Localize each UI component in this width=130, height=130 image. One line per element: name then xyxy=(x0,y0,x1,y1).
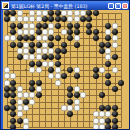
window-title: 第1届LG杯 第2局 - 黑中盘胜 (183) xyxy=(11,2,89,9)
black-stone xyxy=(99,105,105,111)
black-stone xyxy=(23,35,29,41)
black-stone xyxy=(61,42,67,48)
close-button[interactable]: × xyxy=(122,3,128,9)
black-stone xyxy=(36,29,42,35)
white-stone xyxy=(42,29,48,35)
star-point xyxy=(25,69,27,71)
white-stone xyxy=(93,118,99,124)
white-stone xyxy=(10,16,16,22)
white-stone xyxy=(105,54,111,60)
black-stone xyxy=(55,23,61,29)
black-stone xyxy=(4,16,10,22)
black-stone xyxy=(10,92,16,98)
white-stone xyxy=(55,67,61,73)
white-stone xyxy=(74,86,80,92)
star-point xyxy=(63,69,65,71)
black-stone xyxy=(99,42,105,48)
white-stone xyxy=(17,105,23,111)
white-stone xyxy=(112,67,118,73)
white-stone xyxy=(36,10,42,16)
black-stone xyxy=(74,73,80,79)
white-stone xyxy=(23,54,29,60)
black-stone xyxy=(29,80,35,86)
window-controls: _ □ × xyxy=(108,3,128,9)
black-stone xyxy=(86,23,92,29)
white-stone xyxy=(4,67,10,73)
white-stone xyxy=(36,16,42,22)
black-stone xyxy=(36,92,42,98)
white-stone xyxy=(99,118,105,124)
white-stone xyxy=(105,48,111,54)
white-stone xyxy=(4,73,10,79)
white-stone xyxy=(23,42,29,48)
black-stone xyxy=(118,80,124,86)
black-stone xyxy=(55,10,61,16)
white-stone xyxy=(17,111,23,117)
black-stone xyxy=(55,54,61,60)
white-stone xyxy=(29,99,35,105)
white-stone xyxy=(48,48,54,54)
black-stone xyxy=(105,73,111,79)
white-stone xyxy=(55,73,61,79)
white-stone xyxy=(74,99,80,105)
black-stone xyxy=(105,23,111,29)
black-stone xyxy=(67,86,73,92)
grid-line-vertical xyxy=(83,13,84,128)
white-stone xyxy=(29,92,35,98)
white-stone xyxy=(74,16,80,22)
black-stone xyxy=(48,42,54,48)
black-stone xyxy=(67,111,73,117)
black-stone xyxy=(67,35,73,41)
app-icon xyxy=(2,2,9,9)
black-stone xyxy=(93,73,99,79)
black-stone xyxy=(93,10,99,16)
black-stone xyxy=(105,61,111,67)
white-stone xyxy=(61,105,67,111)
white-stone xyxy=(112,42,118,48)
black-stone xyxy=(48,35,54,41)
minimize-button[interactable]: _ xyxy=(108,3,114,9)
white-stone xyxy=(48,23,54,29)
white-stone xyxy=(17,48,23,54)
black-stone xyxy=(61,73,67,79)
black-stone xyxy=(17,35,23,41)
black-stone xyxy=(42,16,48,22)
white-stone xyxy=(99,67,105,73)
black-stone xyxy=(74,23,80,29)
black-stone xyxy=(10,111,16,117)
title-bar[interactable]: 第1届LG杯 第2局 - 黑中盘胜 (183) _ □ × xyxy=(1,1,129,10)
black-stone xyxy=(105,124,111,130)
black-stone xyxy=(17,118,23,124)
white-stone xyxy=(93,124,99,130)
go-board[interactable] xyxy=(3,10,129,129)
black-stone xyxy=(29,48,35,54)
white-stone xyxy=(23,29,29,35)
black-stone xyxy=(80,16,86,22)
black-stone xyxy=(55,48,61,54)
white-stone xyxy=(105,29,111,35)
black-stone xyxy=(48,54,54,60)
black-stone xyxy=(17,42,23,48)
black-stone xyxy=(42,54,48,60)
black-stone xyxy=(10,99,16,105)
white-stone xyxy=(99,111,105,117)
black-stone xyxy=(67,29,73,35)
white-stone xyxy=(74,105,80,111)
black-stone xyxy=(10,80,16,86)
white-stone xyxy=(17,99,23,105)
white-stone xyxy=(17,10,23,16)
black-stone xyxy=(10,105,16,111)
white-stone xyxy=(17,92,23,98)
white-stone xyxy=(36,35,42,41)
black-stone xyxy=(48,67,54,73)
black-stone xyxy=(74,29,80,35)
black-stone xyxy=(36,42,42,48)
white-stone xyxy=(17,29,23,35)
black-stone xyxy=(67,99,73,105)
white-stone xyxy=(67,10,73,16)
white-stone xyxy=(74,67,80,73)
white-stone xyxy=(23,124,29,130)
white-stone xyxy=(42,61,48,67)
go-app-window: 第1届LG杯 第2局 - 黑中盘胜 (183) _ □ × xyxy=(0,0,130,130)
white-stone xyxy=(23,23,29,29)
black-stone xyxy=(105,118,111,124)
black-stone xyxy=(10,124,16,130)
white-stone xyxy=(67,105,73,111)
black-stone xyxy=(29,42,35,48)
white-stone xyxy=(48,29,54,35)
white-stone xyxy=(80,10,86,16)
black-stone xyxy=(4,10,10,16)
white-stone xyxy=(99,124,105,130)
black-stone xyxy=(112,111,118,117)
black-stone xyxy=(17,23,23,29)
white-stone xyxy=(17,86,23,92)
black-stone xyxy=(10,42,16,48)
white-stone xyxy=(17,16,23,22)
white-stone xyxy=(93,111,99,117)
black-stone xyxy=(29,61,35,67)
black-stone xyxy=(36,80,42,86)
black-stone xyxy=(36,61,42,67)
black-stone xyxy=(86,29,92,35)
black-stone xyxy=(67,23,73,29)
white-stone xyxy=(74,10,80,16)
black-stone xyxy=(112,124,118,130)
black-stone xyxy=(93,29,99,35)
black-stone xyxy=(112,118,118,124)
black-stone xyxy=(10,29,16,35)
white-stone xyxy=(55,80,61,86)
white-stone xyxy=(61,10,67,16)
black-stone xyxy=(74,42,80,48)
white-stone xyxy=(29,10,35,16)
black-stone xyxy=(112,105,118,111)
black-stone xyxy=(10,86,16,92)
black-stone xyxy=(10,23,16,29)
grid-line-vertical xyxy=(121,13,122,128)
black-stone xyxy=(10,118,16,124)
black-stone xyxy=(55,61,61,67)
black-stone xyxy=(74,92,80,98)
black-stone xyxy=(23,99,29,105)
white-stone xyxy=(42,35,48,41)
white-stone xyxy=(4,80,10,86)
black-stone xyxy=(67,67,73,73)
white-stone xyxy=(105,111,111,117)
grid-line-horizontal xyxy=(7,89,122,90)
black-stone xyxy=(105,105,111,111)
black-stone xyxy=(4,86,10,92)
black-stone xyxy=(10,10,16,16)
white-stone xyxy=(36,54,42,60)
white-stone xyxy=(23,92,29,98)
white-stone xyxy=(112,35,118,41)
white-stone xyxy=(4,35,10,41)
white-stone xyxy=(42,48,48,54)
black-stone xyxy=(112,86,118,92)
black-stone xyxy=(105,42,111,48)
black-stone xyxy=(48,16,54,22)
white-stone xyxy=(29,67,35,73)
black-stone xyxy=(42,23,48,29)
black-stone xyxy=(86,10,92,16)
black-stone xyxy=(112,29,118,35)
white-stone xyxy=(112,23,118,29)
black-stone xyxy=(99,92,105,98)
black-stone xyxy=(17,54,23,60)
white-stone xyxy=(23,105,29,111)
black-stone xyxy=(86,16,92,22)
black-stone xyxy=(55,16,61,22)
maximize-button[interactable]: □ xyxy=(115,3,121,9)
black-stone xyxy=(61,16,67,22)
white-stone xyxy=(42,42,48,48)
white-stone xyxy=(48,61,54,67)
black-stone xyxy=(67,92,73,98)
black-stone xyxy=(112,54,118,60)
black-stone xyxy=(29,86,35,92)
black-stone xyxy=(29,35,35,41)
white-stone xyxy=(23,48,29,54)
white-stone xyxy=(29,16,35,22)
white-stone xyxy=(74,35,80,41)
white-stone xyxy=(61,29,67,35)
black-stone xyxy=(4,92,10,98)
black-stone xyxy=(55,35,61,41)
white-stone xyxy=(67,16,73,22)
black-stone xyxy=(93,67,99,73)
black-stone xyxy=(105,35,111,41)
black-stone xyxy=(36,23,42,29)
white-stone xyxy=(29,29,35,35)
black-stone xyxy=(105,80,111,86)
white-stone xyxy=(23,118,29,124)
white-stone xyxy=(29,54,35,60)
white-stone xyxy=(48,73,54,79)
white-stone xyxy=(36,86,42,92)
black-stone xyxy=(4,105,10,111)
white-stone xyxy=(42,10,48,16)
black-stone xyxy=(93,35,99,41)
black-stone xyxy=(48,10,54,16)
white-stone xyxy=(10,35,16,41)
black-stone xyxy=(99,48,105,54)
white-stone xyxy=(10,73,16,79)
white-stone xyxy=(23,16,29,22)
black-stone xyxy=(61,48,67,54)
white-stone xyxy=(36,67,42,73)
star-point xyxy=(101,31,103,33)
white-stone xyxy=(36,48,42,54)
white-stone xyxy=(80,92,86,98)
white-stone xyxy=(29,23,35,29)
